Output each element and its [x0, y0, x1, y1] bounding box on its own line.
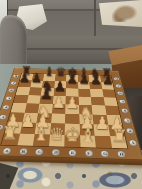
- board-surface: ABCDEFGH8877665544332211: [0, 68, 142, 160]
- rank-label-right-1: 1: [129, 140, 137, 145]
- rank-label-right-2: 2: [126, 129, 133, 134]
- rank-label-left-6: 6: [8, 89, 14, 92]
- board-squares: [0, 73, 128, 149]
- square-d3: [51, 113, 66, 123]
- square-e3: [65, 114, 79, 124]
- rank-label-left-5: 5: [5, 97, 12, 101]
- file-label-d: D: [52, 149, 59, 155]
- square-e5: [65, 96, 78, 105]
- file-label-a: A: [3, 148, 11, 154]
- file-label-h: H: [118, 151, 126, 157]
- square-f1: [80, 135, 96, 148]
- square-h4: [105, 105, 120, 115]
- square-d2: [50, 123, 65, 134]
- rank-label-left-4: 4: [3, 105, 10, 109]
- rank-label-right-3: 3: [124, 118, 131, 122]
- square-d4: [52, 104, 66, 114]
- square-f5: [78, 96, 91, 105]
- square-h3: [106, 115, 122, 125]
- rank-label-left-3: 3: [0, 115, 7, 119]
- file-label-g: G: [101, 151, 109, 157]
- square-c2: [35, 123, 51, 134]
- square-d1: [49, 134, 65, 147]
- rank-label-left-8: 8: [13, 75, 19, 78]
- living-room-chess-photo: ABCDEFGH8877665544332211 ♜♝♛♚♝♞♜♟♟♟♟♟♟♞♟…: [0, 0, 142, 189]
- chessboard: ABCDEFGH8877665544332211 ♜♝♛♚♝♞♜♟♟♟♟♟♟♞♟…: [0, 0, 142, 189]
- square-c1: [33, 134, 50, 147]
- rank-label-right-8: 8: [114, 77, 120, 80]
- square-f2: [79, 124, 94, 135]
- rank-label-right-6: 6: [117, 92, 123, 95]
- square-d5: [52, 96, 65, 105]
- square-e2: [65, 124, 80, 135]
- square-h1: [110, 136, 128, 149]
- square-f3: [79, 114, 94, 124]
- rank-label-left-2: 2: [0, 125, 3, 130]
- square-c5: [39, 95, 53, 104]
- square-c4: [38, 104, 52, 113]
- file-label-b: B: [19, 149, 27, 155]
- square-c3: [36, 113, 51, 123]
- file-label-f: F: [85, 150, 92, 156]
- square-f4: [79, 105, 93, 115]
- rank-label-right-7: 7: [116, 84, 122, 87]
- square-h2: [108, 125, 125, 136]
- rank-label-left-7: 7: [11, 81, 17, 84]
- rank-label-right-5: 5: [119, 100, 125, 104]
- rank-label-right-4: 4: [121, 109, 128, 113]
- file-label-e: E: [69, 150, 76, 156]
- square-e1: [64, 135, 80, 148]
- file-label-c: C: [36, 149, 44, 155]
- square-e4: [65, 104, 79, 114]
